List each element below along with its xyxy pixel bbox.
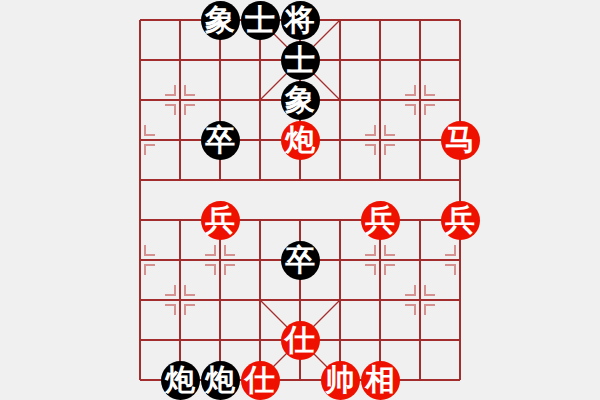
piece-black-elephant[interactable]: 象: [281, 81, 320, 120]
piece-black-advisor[interactable]: 士: [241, 1, 280, 40]
piece-layer: 象士将士象卒炮马兵兵兵卒仕炮炮仕帅相: [120, 0, 480, 400]
piece-black-king[interactable]: 将: [281, 1, 320, 40]
piece-black-soldier[interactable]: 卒: [281, 241, 320, 280]
piece-black-elephant[interactable]: 象: [201, 1, 240, 40]
piece-black-cannon[interactable]: 炮: [201, 361, 240, 400]
piece-black-soldier[interactable]: 卒: [201, 121, 240, 160]
piece-black-advisor[interactable]: 士: [281, 41, 320, 80]
piece-red-advisor[interactable]: 仕: [281, 321, 320, 360]
piece-red-elephant[interactable]: 相: [361, 361, 400, 400]
piece-red-horse[interactable]: 马: [441, 121, 480, 160]
xiangqi-app: 象士将士象卒炮马兵兵兵卒仕炮炮仕帅相: [0, 0, 600, 400]
piece-red-soldier[interactable]: 兵: [441, 201, 480, 240]
piece-red-soldier[interactable]: 兵: [361, 201, 400, 240]
piece-red-soldier[interactable]: 兵: [201, 201, 240, 240]
piece-black-cannon[interactable]: 炮: [161, 361, 200, 400]
piece-red-cannon[interactable]: 炮: [281, 121, 320, 160]
piece-red-advisor[interactable]: 仕: [241, 361, 280, 400]
piece-red-king[interactable]: 帅: [321, 361, 360, 400]
